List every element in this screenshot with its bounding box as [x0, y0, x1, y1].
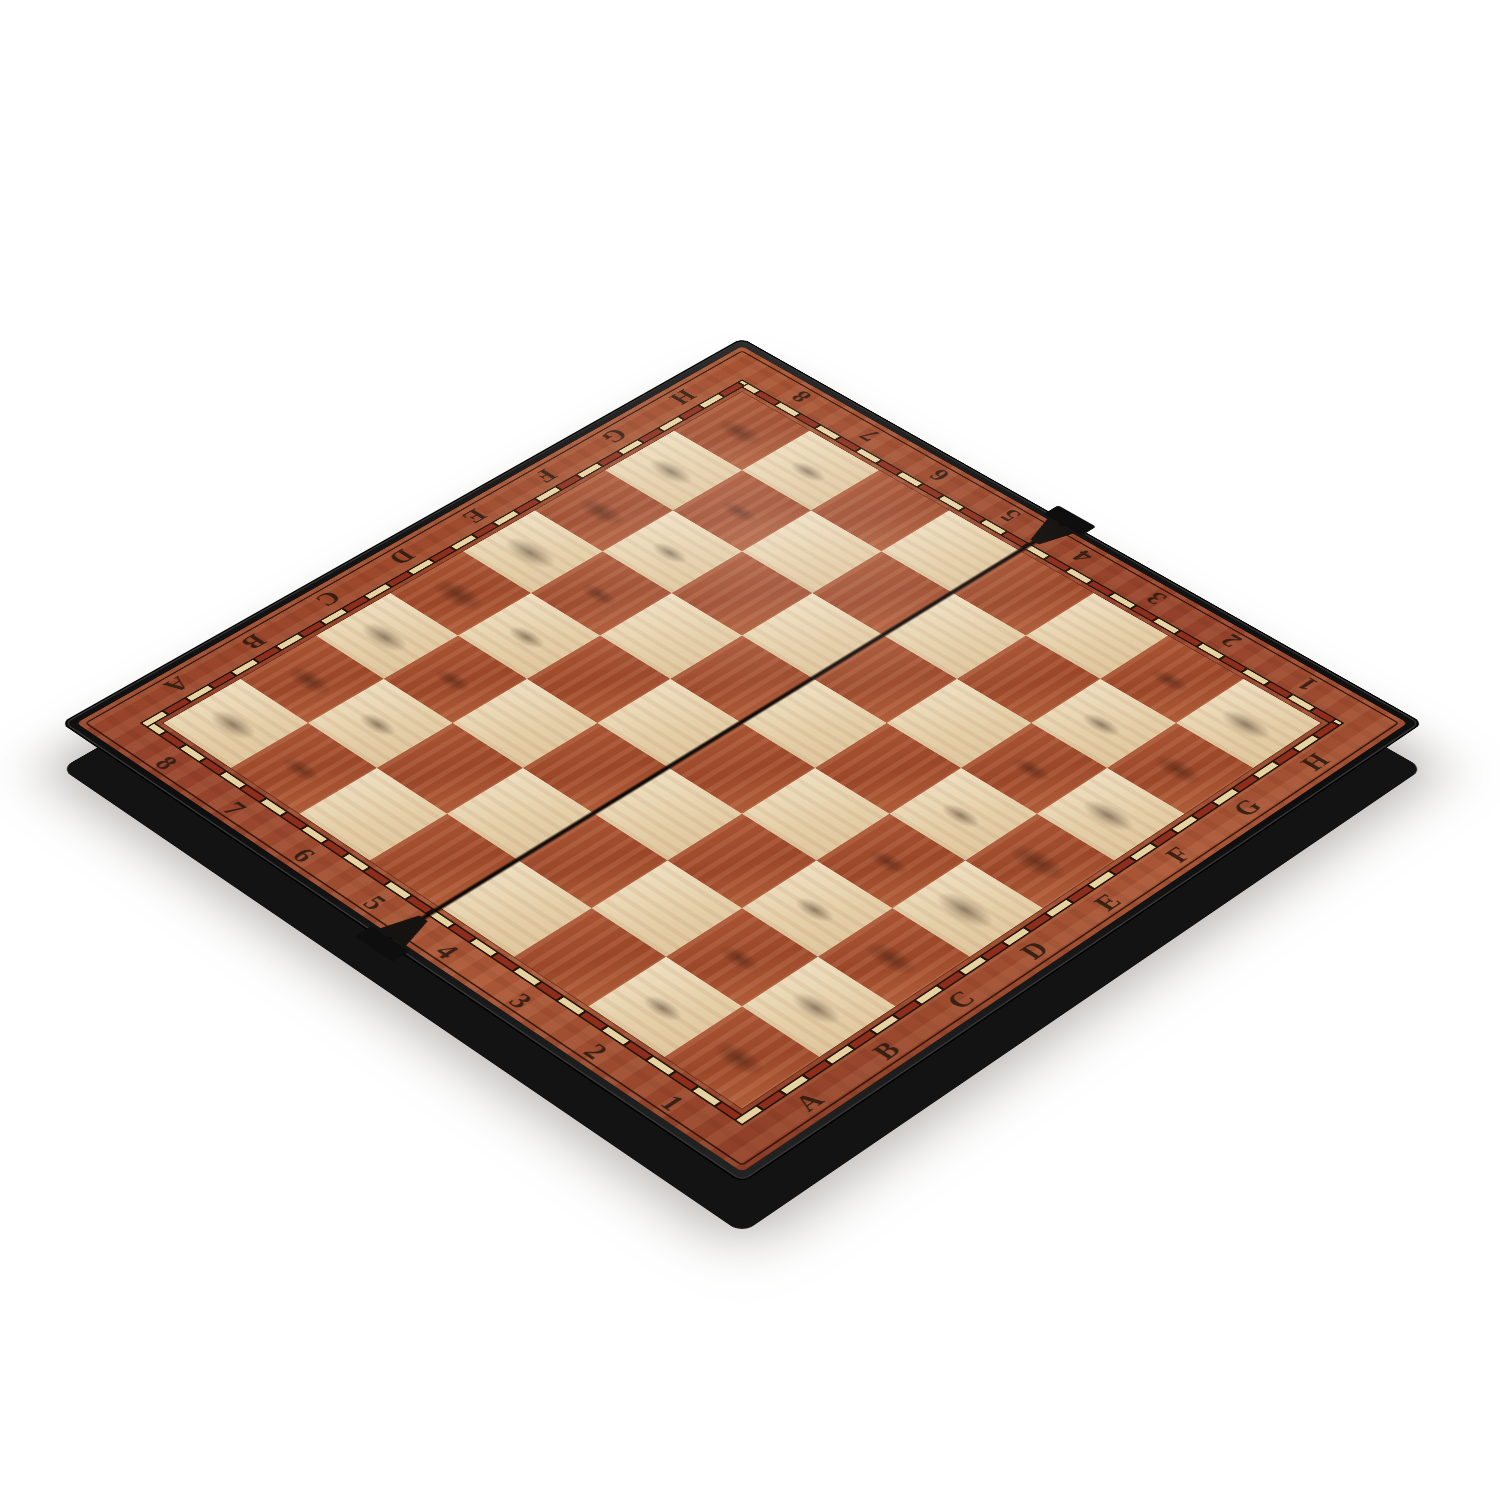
coordinate-label: C	[309, 587, 347, 610]
coordinate-label: 4	[1066, 546, 1099, 566]
coordinate-label: 6	[924, 465, 957, 484]
scene: HGFEDCBA HGFEDCBA 87654321 87654321 ♜♝♟♞…	[0, 0, 1500, 1500]
folding-chess-board: HGFEDCBA HGFEDCBA 87654321 87654321 ♜♝♟♞…	[61, 338, 1424, 1184]
white-pawn-icon: ♟	[249, 685, 331, 776]
coordinate-label: D	[383, 545, 421, 568]
coordinate-label: G	[596, 425, 635, 447]
coordinate-label: 8	[786, 387, 819, 406]
black-rook-icon: ♜	[678, 955, 778, 1066]
coordinate-label: H	[664, 386, 702, 408]
product-photo: HGFEDCBA HGFEDCBA 87654321 87654321 ♜♝♟♞…	[0, 0, 1500, 1500]
coordinate-label: 7	[854, 425, 887, 444]
coordinate-label: 3	[1140, 587, 1174, 608]
coordinate-label: 1	[1291, 673, 1325, 694]
coordinate-label: 5	[994, 505, 1027, 525]
coordinate-label: F	[528, 465, 563, 486]
white-pawn-icon: ♟	[326, 641, 407, 731]
coordinate-label: E	[456, 505, 493, 527]
